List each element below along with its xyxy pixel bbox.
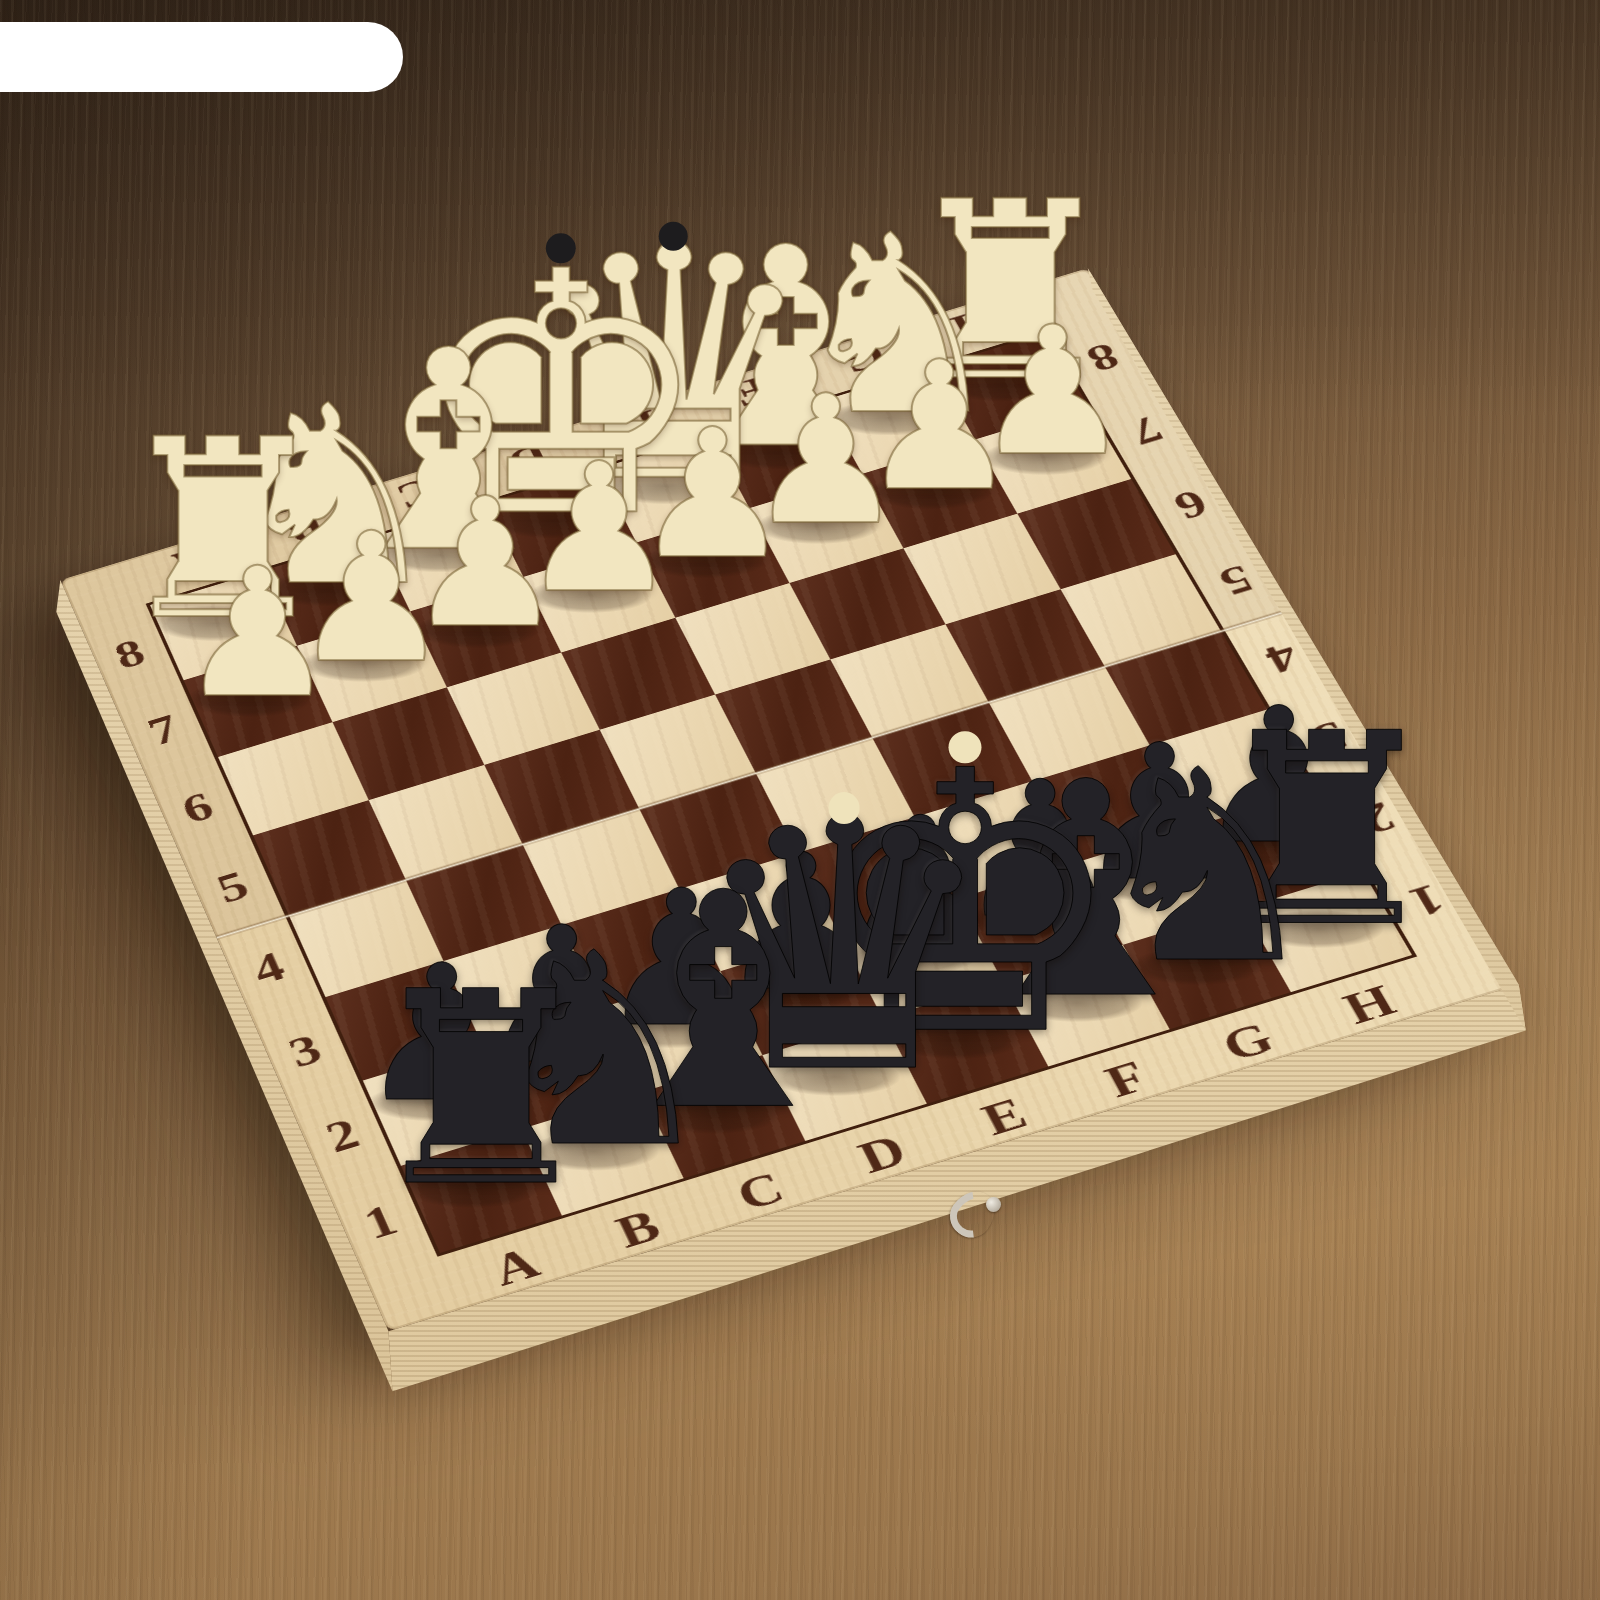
overlay-pill: [0, 22, 403, 92]
latch-screw: [986, 1197, 1001, 1212]
scene: 88AA77BB66CC55DD44EE33FF22GG11HH ♜♞♝♚♛♝♞…: [0, 0, 1600, 1600]
latch-hook-icon: [946, 1186, 1006, 1234]
